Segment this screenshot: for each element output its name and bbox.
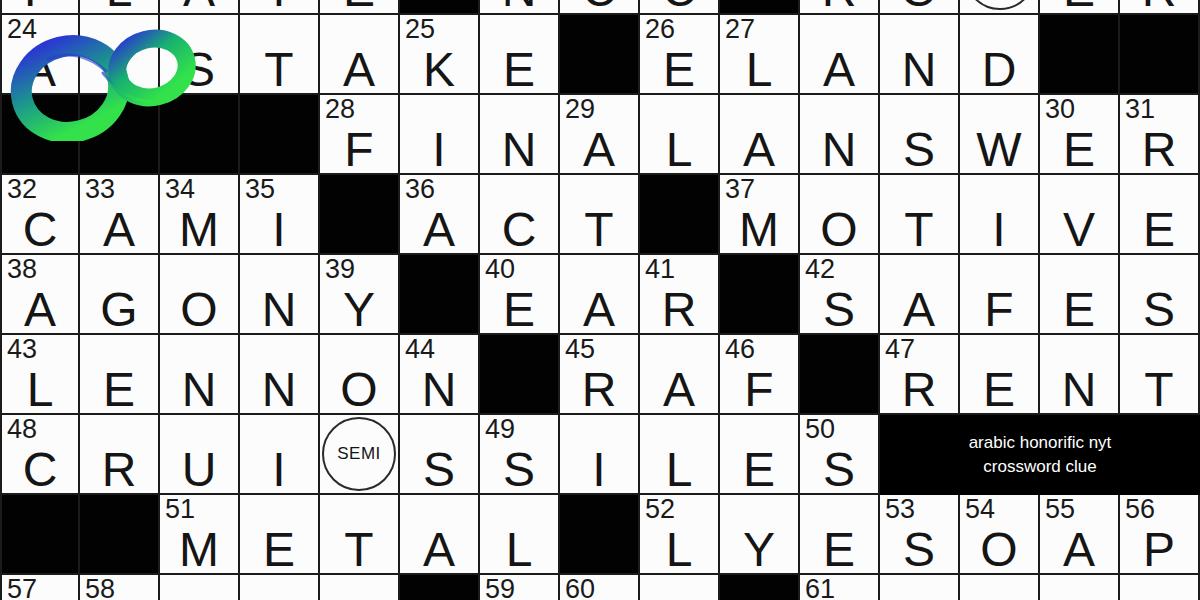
cell-r7c12[interactable]: 54O <box>960 495 1040 575</box>
clue-number: 26 <box>645 16 675 43</box>
cell-letter: E <box>480 286 558 334</box>
cell-letter: A <box>880 286 958 334</box>
cell-letter: R <box>1120 0 1198 14</box>
cell-r5c4[interactable]: O <box>320 335 400 415</box>
cell-r2c6[interactable]: N <box>480 95 560 175</box>
cell-letter: E <box>240 526 318 574</box>
cell-r4c6[interactable]: 40E <box>480 255 560 335</box>
cell-letter: C <box>560 0 638 14</box>
cell-letter: S <box>160 46 238 94</box>
clue-number: 31 <box>1125 96 1155 123</box>
cell-r2c11[interactable]: S <box>880 95 960 175</box>
clue-number: 50 <box>805 416 835 443</box>
cell-r5c11[interactable]: 47R <box>880 335 960 415</box>
cell-letter: C <box>480 206 558 254</box>
cell-letter: V <box>1040 206 1118 254</box>
cell-r8c11[interactable] <box>880 575 960 600</box>
black-cell-r3c4 <box>320 175 400 255</box>
cell-letter: E <box>1040 0 1118 14</box>
black-cell-r1c14 <box>1120 15 1200 95</box>
cell-r2c5[interactable]: I <box>400 95 480 175</box>
black-cell-r5c6 <box>480 335 560 415</box>
cell-letter: O <box>880 0 958 14</box>
cell-r7c3[interactable]: E <box>240 495 320 575</box>
cell-letter: E <box>1040 126 1118 174</box>
cell-r4c4[interactable]: 39Y <box>320 255 400 335</box>
clue-number: 54 <box>965 496 995 523</box>
cell-r1c12[interactable]: D <box>960 15 1040 95</box>
cell-letter: A <box>80 206 158 254</box>
cell-letter: N <box>800 126 878 174</box>
cell-letter: L <box>2 366 78 414</box>
cell-letter: T <box>880 206 958 254</box>
cell-letter: A <box>2 286 78 334</box>
cell-letter: A <box>560 126 638 174</box>
cell-letter: I <box>960 206 1038 254</box>
cell-letter: U <box>160 446 238 494</box>
cell-r6c7[interactable]: I <box>560 415 640 495</box>
cell-r7c14[interactable]: 56P <box>1120 495 1200 575</box>
black-cell-r4c5 <box>400 255 480 335</box>
cell-letter: R <box>880 366 958 414</box>
cell-r0c1[interactable]: L <box>80 0 160 15</box>
cell-letter: N <box>240 366 318 414</box>
cell-r0c13[interactable]: E <box>1040 0 1120 15</box>
cell-r2c8[interactable]: L <box>640 95 720 175</box>
cell-r1c2[interactable]: S <box>160 15 240 95</box>
cell-letter: I <box>560 446 638 494</box>
cell-r6c9[interactable]: E <box>720 415 800 495</box>
cell-letter: L <box>640 446 718 494</box>
cell-r4c11[interactable]: A <box>880 255 960 335</box>
cell-r1c3[interactable]: T <box>240 15 320 95</box>
cell-letter: N <box>480 126 558 174</box>
clue-number: 46 <box>725 336 755 363</box>
clue-number: 48 <box>7 416 37 443</box>
cell-r6c6[interactable]: 49S <box>480 415 560 495</box>
cell-letter: R <box>560 366 638 414</box>
cell-r8c3[interactable] <box>240 575 320 600</box>
cell-letter: I <box>240 206 318 254</box>
cell-r7c5[interactable]: A <box>400 495 480 575</box>
clue-number: 29 <box>565 96 595 123</box>
cell-r8c2[interactable] <box>160 575 240 600</box>
cell-r7c4[interactable]: T <box>320 495 400 575</box>
cell-r0c4[interactable]: E <box>320 0 400 15</box>
crossword-grid: PLATENCCROER24ATSTA25KE26E27LAND28FIN29A… <box>0 0 1200 600</box>
cell-letter: E <box>960 366 1038 414</box>
cell-r3c11[interactable]: T <box>880 175 960 255</box>
cell-r7c6[interactable]: L <box>480 495 560 575</box>
cell-r7c9[interactable]: Y <box>720 495 800 575</box>
cell-r6c2[interactable]: U <box>160 415 240 495</box>
black-cell-r2c0 <box>0 95 80 175</box>
circled-square-marker <box>964 0 1036 10</box>
cell-r1c6[interactable]: E <box>480 15 560 95</box>
cell-letter: T <box>240 0 318 14</box>
cell-r3c6[interactable]: C <box>480 175 560 255</box>
cell-r5c12[interactable]: E <box>960 335 1040 415</box>
black-cell-r7c0 <box>0 495 80 575</box>
cell-r6c5[interactable]: S <box>400 415 480 495</box>
cell-letter: N <box>400 366 478 414</box>
cell-letter: Y <box>720 526 798 574</box>
cell-r3c9[interactable]: 37M <box>720 175 800 255</box>
cell-letter: F <box>720 366 798 414</box>
cell-letter: M <box>160 526 238 574</box>
clue-number: 55 <box>1045 496 1075 523</box>
black-cell-r7c1 <box>80 495 160 575</box>
cell-letter: M <box>720 206 798 254</box>
cell-letter: C <box>640 0 718 14</box>
cell-r5c3[interactable]: N <box>240 335 320 415</box>
cell-r4c13[interactable]: E <box>1040 255 1120 335</box>
clue-number: 36 <box>405 176 435 203</box>
cell-letter: C <box>2 446 78 494</box>
cell-r8c8[interactable] <box>640 575 720 600</box>
cell-letter: T <box>560 206 638 254</box>
cell-letter: R <box>640 286 718 334</box>
clue-number: 39 <box>325 256 355 283</box>
cell-r3c12[interactable]: I <box>960 175 1040 255</box>
cell-r7c13[interactable]: 55A <box>1040 495 1120 575</box>
cell-letter: A <box>320 46 398 94</box>
black-cell-r4c9 <box>720 255 800 335</box>
cell-letter: L <box>80 0 158 14</box>
cell-letter: S <box>800 446 878 494</box>
cell-r8c1[interactable]: 58 <box>80 575 160 600</box>
cell-letter: E <box>80 366 158 414</box>
clue-number: 37 <box>725 176 755 203</box>
cell-r2c13[interactable]: 30E <box>1040 95 1120 175</box>
cell-r3c2[interactable]: 34M <box>160 175 240 255</box>
cell-r0c6[interactable]: N <box>480 0 560 15</box>
cell-r0c3[interactable]: T <box>240 0 320 15</box>
clue-number: 56 <box>1125 496 1155 523</box>
cell-r4c2[interactable]: O <box>160 255 240 335</box>
cell-letter: S <box>1120 286 1198 334</box>
cell-letter: R <box>800 0 878 14</box>
cell-letter: N <box>160 366 238 414</box>
cell-letter: D <box>960 46 1038 94</box>
clue-number: 49 <box>485 416 515 443</box>
cell-r8c7[interactable]: 60 <box>560 575 640 600</box>
cell-letter: E <box>640 46 718 94</box>
cell-letter: E <box>1120 206 1198 254</box>
rebus-entry: SEMI <box>337 445 381 462</box>
cell-letter: T <box>80 46 158 94</box>
cell-letter: W <box>960 126 1038 174</box>
clue-number: 51 <box>165 496 195 523</box>
cell-letter: F <box>960 286 1038 334</box>
cell-r4c10[interactable]: 42S <box>800 255 880 335</box>
cell-r6c10[interactable]: 50S <box>800 415 880 495</box>
cell-letter: N <box>240 286 318 334</box>
cell-r5c9[interactable]: 46F <box>720 335 800 415</box>
black-cell-r0c5 <box>400 0 480 15</box>
cell-letter: I <box>400 126 478 174</box>
cell-r8c10[interactable]: 61 <box>800 575 880 600</box>
cell-r8c0[interactable]: 57 <box>0 575 80 600</box>
cell-letter: A <box>640 366 718 414</box>
cell-r8c14[interactable] <box>1120 575 1200 600</box>
cell-r5c7[interactable]: 45R <box>560 335 640 415</box>
cell-letter: K <box>400 46 478 94</box>
clue-number: 53 <box>885 496 915 523</box>
cell-letter: E <box>720 446 798 494</box>
black-cell-r1c13 <box>1040 15 1120 95</box>
cell-r0c11[interactable]: O <box>880 0 960 15</box>
cell-letter: C <box>2 206 78 254</box>
cell-r8c6[interactable]: 59 <box>480 575 560 600</box>
cell-letter: I <box>240 446 318 494</box>
cell-r1c5[interactable]: 25K <box>400 15 480 95</box>
clue-number: 42 <box>805 256 835 283</box>
cell-letter: O <box>320 366 398 414</box>
black-cell-r2c1 <box>80 95 160 175</box>
cell-letter: G <box>80 286 158 334</box>
cell-letter: F <box>320 126 398 174</box>
cell-letter: E <box>1040 286 1118 334</box>
cell-r4c7[interactable]: A <box>560 255 640 335</box>
cell-r5c13[interactable]: N <box>1040 335 1120 415</box>
cell-letter: P <box>2 0 78 14</box>
cell-r1c10[interactable]: A <box>800 15 880 95</box>
cell-letter: R <box>80 446 158 494</box>
cell-r3c0[interactable]: 32C <box>0 175 80 255</box>
clue-number: 25 <box>405 16 435 43</box>
cell-letter: N <box>880 46 958 94</box>
clue-number: 34 <box>165 176 195 203</box>
clue-number: 30 <box>1045 96 1075 123</box>
cell-r5c8[interactable]: A <box>640 335 720 415</box>
cell-r3c5[interactable]: 36A <box>400 175 480 255</box>
black-cell-r3c8 <box>640 175 720 255</box>
clue-number: 58 <box>85 576 115 600</box>
cell-r0c14[interactable]: R <box>1120 0 1200 15</box>
cell-r2c14[interactable]: 31R <box>1120 95 1200 175</box>
clue-number: 24 <box>7 16 37 43</box>
cell-r8c12[interactable] <box>960 575 1040 600</box>
black-cell-r1c7 <box>560 15 640 95</box>
cell-letter: R <box>1120 126 1198 174</box>
clue-number: 45 <box>565 336 595 363</box>
cell-letter: O <box>960 526 1038 574</box>
cell-r6c1[interactable]: R <box>80 415 160 495</box>
cell-letter: E <box>800 526 878 574</box>
clue-number: 28 <box>325 96 355 123</box>
cell-letter: T <box>1120 366 1198 414</box>
cell-r0c0[interactable]: P <box>0 0 80 15</box>
cell-r3c14[interactable]: E <box>1120 175 1200 255</box>
cell-r7c8[interactable]: 52L <box>640 495 720 575</box>
cell-r6c0[interactable]: 48C <box>0 415 80 495</box>
clue-number: 52 <box>645 496 675 523</box>
cell-letter: L <box>640 126 718 174</box>
cell-r7c11[interactable]: 53S <box>880 495 960 575</box>
cell-letter: S <box>480 446 558 494</box>
cell-r8c4[interactable] <box>320 575 400 600</box>
black-cell-r8c9 <box>720 575 800 600</box>
cell-r6c8[interactable]: L <box>640 415 720 495</box>
cell-letter: E <box>480 46 558 94</box>
clue-number: 61 <box>805 576 835 600</box>
cell-r8c13[interactable] <box>1040 575 1120 600</box>
cell-r5c1[interactable]: E <box>80 335 160 415</box>
black-cell-r5c10 <box>800 335 880 415</box>
cell-r2c10[interactable]: N <box>800 95 880 175</box>
cell-letter: O <box>800 206 878 254</box>
clue-number: 41 <box>645 256 675 283</box>
cell-letter: T <box>240 46 318 94</box>
cell-r2c4[interactable]: 28F <box>320 95 400 175</box>
clue-number: 35 <box>245 176 275 203</box>
cell-r3c10[interactable]: O <box>800 175 880 255</box>
cell-letter: A <box>2 46 78 94</box>
clue-number: 32 <box>7 176 37 203</box>
cell-r7c10[interactable]: E <box>800 495 880 575</box>
cell-r3c7[interactable]: T <box>560 175 640 255</box>
clue-number: 43 <box>7 336 37 363</box>
cell-letter: L <box>720 46 798 94</box>
cell-r6c3[interactable]: I <box>240 415 320 495</box>
cell-r4c8[interactable]: 41R <box>640 255 720 335</box>
cell-letter: O <box>160 286 238 334</box>
clue-overlay-line1: arabic honorific nyt <box>969 431 1112 455</box>
cell-r0c7[interactable]: C <box>560 0 640 15</box>
cell-letter: S <box>800 286 878 334</box>
cell-r1c8[interactable]: 26E <box>640 15 720 95</box>
cell-r4c0[interactable]: 38A <box>0 255 80 335</box>
black-cell-r2c2 <box>160 95 240 175</box>
clue-overlay-line2: crossword clue <box>983 455 1096 479</box>
cell-letter: A <box>400 526 478 574</box>
cell-r7c2[interactable]: 51M <box>160 495 240 575</box>
cell-letter: N <box>480 0 558 14</box>
cell-letter: S <box>880 526 958 574</box>
cell-letter: S <box>880 126 958 174</box>
black-cell-r7c7 <box>560 495 640 575</box>
cell-r5c0[interactable]: 43L <box>0 335 80 415</box>
cell-r0c10[interactable]: R <box>800 0 880 15</box>
cell-r3c13[interactable]: V <box>1040 175 1120 255</box>
cell-letter: M <box>160 206 238 254</box>
cell-r1c9[interactable]: 27L <box>720 15 800 95</box>
cell-letter: A <box>400 206 478 254</box>
black-cell-r2c3 <box>240 95 320 175</box>
cell-r2c9[interactable]: A <box>720 95 800 175</box>
cell-r5c5[interactable]: 44N <box>400 335 480 415</box>
cell-letter: E <box>320 0 398 14</box>
clue-overlay: arabic honorific nyt crossword clue <box>880 415 1200 495</box>
cell-letter: N <box>1040 366 1118 414</box>
black-cell-r8c5 <box>400 575 480 600</box>
cell-r2c7[interactable]: 29A <box>560 95 640 175</box>
clue-number: 60 <box>565 576 595 600</box>
cell-r0c2[interactable]: A <box>160 0 240 15</box>
crossword-board: PLATENCCROER24ATSTA25KE26E27LAND28FIN29A… <box>0 0 1200 600</box>
clue-number: 27 <box>725 16 755 43</box>
cell-r4c14[interactable]: S <box>1120 255 1200 335</box>
clue-number: 59 <box>485 576 515 600</box>
cell-r4c1[interactable]: G <box>80 255 160 335</box>
clue-number: 38 <box>7 256 37 283</box>
cell-letter: A <box>800 46 878 94</box>
cell-r2c12[interactable]: W <box>960 95 1040 175</box>
cell-r0c8[interactable]: C <box>640 0 720 15</box>
cell-letter: L <box>480 526 558 574</box>
cell-r1c1[interactable]: T <box>80 15 160 95</box>
cell-r5c14[interactable]: T <box>1120 335 1200 415</box>
cell-letter: A <box>720 126 798 174</box>
clue-number: 47 <box>885 336 915 363</box>
cell-r1c0[interactable]: 24A <box>0 15 80 95</box>
cell-r1c11[interactable]: N <box>880 15 960 95</box>
cell-r3c3[interactable]: 35I <box>240 175 320 255</box>
cell-r0c12[interactable] <box>960 0 1040 15</box>
cell-letter: A <box>1040 526 1118 574</box>
cell-letter: P <box>1120 526 1198 574</box>
clue-number: 44 <box>405 336 435 363</box>
cell-letter: A <box>560 286 638 334</box>
cell-r6c4[interactable]: SEMI <box>320 415 400 495</box>
cell-r4c12[interactable]: F <box>960 255 1040 335</box>
clue-number: 40 <box>485 256 515 283</box>
cell-letter: L <box>640 526 718 574</box>
cell-letter: A <box>160 0 238 14</box>
cell-r3c1[interactable]: 33A <box>80 175 160 255</box>
black-cell-r0c9 <box>720 0 800 15</box>
cell-letter: T <box>320 526 398 574</box>
cell-r4c3[interactable]: N <box>240 255 320 335</box>
cell-letter: Y <box>320 286 398 334</box>
cell-r5c2[interactable]: N <box>160 335 240 415</box>
cell-r1c4[interactable]: A <box>320 15 400 95</box>
cell-letter: S <box>400 446 478 494</box>
clue-number: 33 <box>85 176 115 203</box>
clue-number: 57 <box>7 576 37 600</box>
